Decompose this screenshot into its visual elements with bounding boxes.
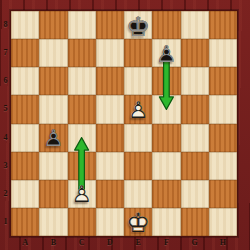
square-b2[interactable]: [39, 180, 67, 208]
file-label-d: D: [103, 238, 117, 248]
rank-label-8: 8: [0, 20, 11, 30]
square-d6[interactable]: [96, 67, 124, 95]
square-f6[interactable]: [152, 67, 180, 95]
square-a2[interactable]: [11, 180, 39, 208]
black-pawn-outline: ♙: [156, 43, 177, 66]
white-king-outline: ♔: [126, 209, 150, 236]
black-pawn[interactable]: ♟♙: [39, 124, 67, 152]
square-b5[interactable]: [39, 95, 67, 123]
file-label-b: B: [46, 238, 60, 248]
square-e7[interactable]: [124, 39, 152, 67]
square-c8[interactable]: [68, 11, 96, 39]
white-king[interactable]: ♚♔: [124, 208, 152, 236]
square-g1[interactable]: [181, 208, 209, 236]
square-b7[interactable]: [39, 39, 67, 67]
square-d4[interactable]: [96, 124, 124, 152]
file-label-a: A: [18, 238, 32, 248]
rank-label-6: 6: [0, 76, 11, 86]
white-pawn[interactable]: ♟♙: [124, 95, 152, 123]
square-g5[interactable]: [181, 95, 209, 123]
black-pawn-outline: ♙: [43, 127, 64, 150]
black-king[interactable]: ♚♔: [124, 11, 152, 39]
file-label-h: H: [216, 238, 230, 248]
square-h2[interactable]: [209, 180, 237, 208]
square-d1[interactable]: [96, 208, 124, 236]
square-c6[interactable]: [68, 67, 96, 95]
square-g6[interactable]: [181, 67, 209, 95]
square-c7[interactable]: [68, 39, 96, 67]
square-f8[interactable]: [152, 11, 180, 39]
square-e6[interactable]: [124, 67, 152, 95]
square-f3[interactable]: [152, 152, 180, 180]
square-f2[interactable]: [152, 180, 180, 208]
square-h1[interactable]: [209, 208, 237, 236]
square-h8[interactable]: [209, 11, 237, 39]
rank-label-4: 4: [0, 133, 11, 143]
square-g2[interactable]: [181, 180, 209, 208]
file-label-e: E: [131, 238, 145, 248]
square-a5[interactable]: [11, 95, 39, 123]
square-d7[interactable]: [96, 39, 124, 67]
file-label-g: G: [188, 238, 202, 248]
square-g4[interactable]: [181, 124, 209, 152]
rank-label-3: 3: [0, 161, 11, 171]
file-label-c: C: [75, 238, 89, 248]
square-a3[interactable]: [11, 152, 39, 180]
square-g7[interactable]: [181, 39, 209, 67]
square-c3[interactable]: [68, 152, 96, 180]
rank-label-2: 2: [0, 189, 11, 199]
square-h4[interactable]: [209, 124, 237, 152]
square-d8[interactable]: [96, 11, 124, 39]
square-d5[interactable]: [96, 95, 124, 123]
square-a4[interactable]: [11, 124, 39, 152]
square-c5[interactable]: [68, 95, 96, 123]
black-king-outline: ♔: [126, 13, 150, 40]
square-b8[interactable]: [39, 11, 67, 39]
white-pawn-outline: ♙: [71, 183, 92, 206]
rank-label-5: 5: [0, 104, 11, 114]
chess-board-frame: ♚♔♟♙♟♙♚♔♟♙♟♙ ABCDEFGH87654321: [0, 0, 250, 250]
square-h3[interactable]: [209, 152, 237, 180]
square-c4[interactable]: [68, 124, 96, 152]
square-e3[interactable]: [124, 152, 152, 180]
white-pawn-outline: ♙: [128, 99, 149, 122]
square-a6[interactable]: [11, 67, 39, 95]
square-a1[interactable]: [11, 208, 39, 236]
square-f1[interactable]: [152, 208, 180, 236]
square-e4[interactable]: [124, 124, 152, 152]
square-d2[interactable]: [96, 180, 124, 208]
square-a8[interactable]: [11, 11, 39, 39]
white-pawn[interactable]: ♟♙: [68, 180, 96, 208]
square-e2[interactable]: [124, 180, 152, 208]
square-b6[interactable]: [39, 67, 67, 95]
square-f5[interactable]: [152, 95, 180, 123]
square-h6[interactable]: [209, 67, 237, 95]
square-c1[interactable]: [68, 208, 96, 236]
square-b3[interactable]: [39, 152, 67, 180]
square-d3[interactable]: [96, 152, 124, 180]
rank-label-1: 1: [0, 217, 11, 227]
rank-label-7: 7: [0, 48, 11, 58]
square-a7[interactable]: [11, 39, 39, 67]
file-label-f: F: [159, 238, 173, 248]
black-pawn[interactable]: ♟♙: [152, 39, 180, 67]
square-g3[interactable]: [181, 152, 209, 180]
square-h5[interactable]: [209, 95, 237, 123]
square-f4[interactable]: [152, 124, 180, 152]
square-g8[interactable]: [181, 11, 209, 39]
square-h7[interactable]: [209, 39, 237, 67]
square-b1[interactable]: [39, 208, 67, 236]
